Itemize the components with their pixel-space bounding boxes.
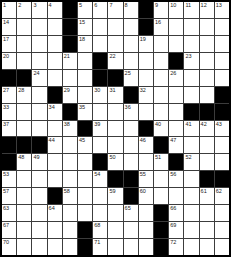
clue-number: 20: [3, 53, 9, 59]
clue-number: 9: [155, 2, 158, 8]
cell-r4c15[interactable]: [215, 53, 229, 69]
black-cell-r4c7: [93, 53, 107, 69]
clue-number: 7: [109, 2, 112, 8]
clue-number: 68: [94, 222, 100, 228]
cell-r9c6[interactable]: 45: [78, 137, 92, 153]
black-cell-r11c9: [124, 171, 138, 187]
crossword-board: 1234567891011121314151617181920212223242…: [0, 0, 231, 257]
clue-number: 12: [201, 2, 207, 8]
cell-r8c5[interactable]: 38: [63, 121, 77, 137]
black-cell-r13c11: [154, 205, 168, 221]
clue-number: 18: [79, 36, 85, 42]
black-cell-r5c8: [108, 70, 122, 86]
black-cell-r15c11: [154, 239, 168, 255]
cell-r10c10[interactable]: [139, 154, 153, 170]
clue-number: 54: [94, 171, 100, 177]
cell-r12c6[interactable]: [78, 188, 92, 204]
clue-number: 43: [216, 121, 222, 127]
clue-number: 40: [155, 121, 161, 127]
cell-r13c13[interactable]: [184, 205, 198, 221]
cell-r8c3[interactable]: [32, 121, 46, 137]
cell-r4c6[interactable]: [78, 53, 92, 69]
cell-r12c8[interactable]: 59: [108, 188, 122, 204]
clue-number: 30: [94, 87, 100, 93]
black-cell-r11c15: [215, 171, 229, 187]
cell-r12c11[interactable]: [154, 188, 168, 204]
clue-number: 58: [64, 188, 70, 194]
cell-r9c5[interactable]: [63, 137, 77, 153]
cell-r7c12[interactable]: [169, 104, 183, 120]
cell-r2c9[interactable]: [124, 19, 138, 35]
cell-r13c4[interactable]: 64: [48, 205, 62, 221]
cell-r13c9[interactable]: 65: [124, 205, 138, 221]
cell-r2c15[interactable]: [215, 19, 229, 35]
black-cell-r12c4: [48, 188, 62, 204]
cell-r8c8[interactable]: [108, 121, 122, 137]
cell-r10c11[interactable]: 51: [154, 154, 168, 170]
cell-r10c2[interactable]: 48: [17, 154, 31, 170]
cell-r13c6[interactable]: [78, 205, 92, 221]
cell-r6c3[interactable]: [32, 87, 46, 103]
clue-number: 16: [155, 19, 161, 25]
cell-r9c8[interactable]: [108, 137, 122, 153]
cell-r3c4[interactable]: [48, 36, 62, 52]
cell-r9c15[interactable]: [215, 137, 229, 153]
cell-r5c11[interactable]: [154, 70, 168, 86]
cell-r4c14[interactable]: [200, 53, 214, 69]
black-cell-r1c10: [139, 2, 153, 18]
cell-r6c14[interactable]: [200, 87, 214, 103]
cell-r14c9[interactable]: [124, 222, 138, 238]
cell-r10c5[interactable]: [63, 154, 77, 170]
clue-number: 72: [170, 239, 176, 245]
cell-r8c4[interactable]: [48, 121, 62, 137]
cell-r14c1[interactable]: 67: [2, 222, 16, 238]
clue-number: 52: [185, 154, 191, 160]
cell-r3c13[interactable]: [184, 36, 198, 52]
black-cell-r9c2: [17, 137, 31, 153]
cell-r2c11[interactable]: 16: [154, 19, 168, 35]
cell-r11c10[interactable]: 55: [139, 171, 153, 187]
clue-number: 39: [94, 121, 100, 127]
cell-r1c12[interactable]: 10: [169, 2, 183, 18]
clue-number: 71: [94, 239, 100, 245]
cell-r5c4[interactable]: [48, 70, 62, 86]
clue-number: 50: [109, 154, 115, 160]
cell-r2c3[interactable]: [32, 19, 46, 35]
cell-r10c15[interactable]: [215, 154, 229, 170]
cell-r3c10[interactable]: 19: [139, 36, 153, 52]
black-cell-r9c1: [2, 137, 16, 153]
cell-r1c3[interactable]: 3: [32, 2, 46, 18]
cell-r15c3[interactable]: [32, 239, 46, 255]
cell-r8c7[interactable]: 39: [93, 121, 107, 137]
cell-r15c15[interactable]: [215, 239, 229, 255]
cell-r3c11[interactable]: [154, 36, 168, 52]
clue-number: 70: [3, 239, 9, 245]
clue-number: 15: [79, 19, 85, 25]
cell-r11c12[interactable]: 56: [169, 171, 183, 187]
clue-number: 38: [64, 121, 70, 127]
clue-number: 33: [3, 104, 9, 110]
cell-r1c15[interactable]: 13: [215, 2, 229, 18]
cell-r11c3[interactable]: [32, 171, 46, 187]
cell-r13c8[interactable]: [108, 205, 122, 221]
cell-r13c3[interactable]: [32, 205, 46, 221]
clue-number: 61: [201, 188, 207, 194]
clue-number: 47: [170, 137, 176, 143]
cell-r11c4[interactable]: [48, 171, 62, 187]
cell-r1c9[interactable]: 8: [124, 2, 138, 18]
clue-number: 8: [125, 2, 128, 8]
cell-r8c13[interactable]: 41: [184, 121, 198, 137]
clue-number: 13: [216, 2, 222, 8]
clue-number: 44: [49, 137, 55, 143]
cell-r8c11[interactable]: 40: [154, 121, 168, 137]
black-cell-r7c14: [200, 104, 214, 120]
clue-number: 14: [3, 19, 9, 25]
clue-number: 53: [3, 171, 9, 177]
black-cell-r10c1: [2, 154, 16, 170]
cell-r11c2[interactable]: [17, 171, 31, 187]
cell-r4c10[interactable]: [139, 53, 153, 69]
black-cell-r1c5: [63, 2, 77, 18]
cell-r14c13[interactable]: [184, 222, 198, 238]
cell-r11c11[interactable]: [154, 171, 168, 187]
cell-r9c4[interactable]: 44: [48, 137, 62, 153]
cell-r6c2[interactable]: 28: [17, 87, 31, 103]
clue-number: 11: [185, 2, 191, 8]
cell-r13c7[interactable]: [93, 205, 107, 221]
cell-r14c3[interactable]: [32, 222, 46, 238]
cell-r15c8[interactable]: [108, 239, 122, 255]
black-cell-r9c3: [32, 137, 46, 153]
cell-r15c4[interactable]: [48, 239, 62, 255]
cell-r15c9[interactable]: [124, 239, 138, 255]
cell-r1c13[interactable]: 11: [184, 2, 198, 18]
cell-r11c6[interactable]: [78, 171, 92, 187]
black-cell-r5c7: [93, 70, 107, 86]
clue-number: 34: [49, 104, 55, 110]
cell-r15c5[interactable]: [63, 239, 77, 255]
cell-r5c3[interactable]: 24: [32, 70, 46, 86]
black-cell-r8c10: [139, 121, 153, 137]
cell-r13c12[interactable]: 66: [169, 205, 183, 221]
clue-number: 45: [79, 137, 85, 143]
cell-r5c14[interactable]: [200, 70, 214, 86]
cell-r8c2[interactable]: [17, 121, 31, 137]
cell-r4c13[interactable]: 23: [184, 53, 198, 69]
cell-r3c7[interactable]: [93, 36, 107, 52]
cell-r15c12[interactable]: 72: [169, 239, 183, 255]
cell-r5c10[interactable]: [139, 70, 153, 86]
cell-r7c7[interactable]: [93, 104, 107, 120]
cell-r1c4[interactable]: 4: [48, 2, 62, 18]
cell-r6c12[interactable]: [169, 87, 183, 103]
cell-r12c5[interactable]: 58: [63, 188, 77, 204]
black-cell-r6c4: [48, 87, 62, 103]
cell-r3c14[interactable]: [200, 36, 214, 52]
clue-number: 35: [79, 104, 85, 110]
cell-r6c7[interactable]: 30: [93, 87, 107, 103]
cell-r14c2[interactable]: [17, 222, 31, 238]
cell-r10c6[interactable]: [78, 154, 92, 170]
clue-number: 51: [155, 154, 161, 160]
clue-number: 59: [109, 188, 115, 194]
black-cell-r2c10: [139, 19, 153, 35]
cell-r6c13[interactable]: [184, 87, 198, 103]
cell-r4c3[interactable]: [32, 53, 46, 69]
cell-r7c2[interactable]: [17, 104, 31, 120]
clue-number: 1: [3, 2, 6, 8]
clue-number: 22: [109, 53, 115, 59]
cell-r7c10[interactable]: [139, 104, 153, 120]
cell-r5c5[interactable]: [63, 70, 77, 86]
cell-r3c15[interactable]: [215, 36, 229, 52]
black-cell-r15c6: [78, 239, 92, 255]
clue-number: 10: [170, 2, 176, 8]
clue-number: 41: [185, 121, 191, 127]
cell-r1c2[interactable]: 2: [17, 2, 31, 18]
clue-number: 62: [216, 188, 222, 194]
cell-r14c12[interactable]: 69: [169, 222, 183, 238]
black-cell-r10c12: [169, 154, 183, 170]
cell-r6c1[interactable]: 27: [2, 87, 16, 103]
clue-number: 6: [94, 2, 97, 8]
cell-r5c6[interactable]: [78, 70, 92, 86]
cell-r10c8[interactable]: 50: [108, 154, 122, 170]
cell-r12c13[interactable]: [184, 188, 198, 204]
cell-r3c1[interactable]: 17: [2, 36, 16, 52]
cell-r8c12[interactable]: [169, 121, 183, 137]
cell-r2c12[interactable]: [169, 19, 183, 35]
cell-r14c4[interactable]: [48, 222, 62, 238]
cell-r7c3[interactable]: [32, 104, 46, 120]
black-cell-r12c9: [124, 188, 138, 204]
clue-number: 28: [18, 87, 24, 93]
clue-number: 66: [170, 205, 176, 211]
cell-r4c9[interactable]: [124, 53, 138, 69]
cell-r8c9[interactable]: [124, 121, 138, 137]
clue-number: 26: [170, 70, 176, 76]
clue-number: 63: [3, 205, 9, 211]
black-cell-r4c12: [169, 53, 183, 69]
clue-number: 17: [3, 36, 9, 42]
cell-r6c10[interactable]: 32: [139, 87, 153, 103]
cell-r4c4[interactable]: [48, 53, 62, 69]
cell-r9c14[interactable]: [200, 137, 214, 153]
cell-r13c1[interactable]: 63: [2, 205, 16, 221]
black-cell-r8c6: [78, 121, 92, 137]
clue-number: 23: [185, 53, 191, 59]
clue-number: 36: [125, 104, 131, 110]
cell-r9c9[interactable]: [124, 137, 138, 153]
cell-r13c14[interactable]: [200, 205, 214, 221]
black-cell-r9c11: [154, 137, 168, 153]
cell-r1c14[interactable]: 12: [200, 2, 214, 18]
cell-r9c12[interactable]: 47: [169, 137, 183, 153]
cell-r1c8[interactable]: 7: [108, 2, 122, 18]
cell-r12c3[interactable]: [32, 188, 46, 204]
clue-number: 57: [3, 188, 9, 194]
clue-number: 69: [170, 222, 176, 228]
cell-r8c14[interactable]: 42: [200, 121, 214, 137]
black-cell-r14c11: [154, 222, 168, 238]
cell-r10c14[interactable]: [200, 154, 214, 170]
cell-r7c4[interactable]: 34: [48, 104, 62, 120]
cell-r9c10[interactable]: 46: [139, 137, 153, 153]
black-cell-r2c5: [63, 19, 77, 35]
cell-r3c2[interactable]: [17, 36, 31, 52]
clue-number: 49: [33, 154, 39, 160]
clue-number: 67: [3, 222, 9, 228]
cell-r7c9[interactable]: 36: [124, 104, 138, 120]
cell-r12c12[interactable]: [169, 188, 183, 204]
cell-r14c14[interactable]: [200, 222, 214, 238]
cell-r5c13[interactable]: [184, 70, 198, 86]
cell-r1c11[interactable]: 9: [154, 2, 168, 18]
black-cell-r6c9: [124, 87, 138, 103]
cell-r6c5[interactable]: 29: [63, 87, 77, 103]
black-cell-r10c7: [93, 154, 107, 170]
cell-r15c7[interactable]: 71: [93, 239, 107, 255]
cell-r12c14[interactable]: 61: [200, 188, 214, 204]
cell-r10c3[interactable]: 49: [32, 154, 46, 170]
cell-r6c8[interactable]: 31: [108, 87, 122, 103]
cell-r8c1[interactable]: 37: [2, 121, 16, 137]
cell-r1c6[interactable]: 5: [78, 2, 92, 18]
black-cell-r6c15: [215, 87, 229, 103]
cell-r3c6[interactable]: 18: [78, 36, 92, 52]
clue-number: 32: [140, 87, 146, 93]
cell-r12c2[interactable]: [17, 188, 31, 204]
clue-number: 24: [33, 70, 39, 76]
cell-r15c10[interactable]: [139, 239, 153, 255]
cell-r10c9[interactable]: [124, 154, 138, 170]
cell-r2c14[interactable]: [200, 19, 214, 35]
cell-r10c13[interactable]: 52: [184, 154, 198, 170]
cell-r14c15[interactable]: [215, 222, 229, 238]
cell-r11c13[interactable]: [184, 171, 198, 187]
clue-number: 21: [64, 53, 70, 59]
clue-number: 60: [140, 188, 146, 194]
cell-r1c1[interactable]: 1: [2, 2, 16, 18]
clue-number: 37: [3, 121, 9, 127]
cell-r7c6[interactable]: 35: [78, 104, 92, 120]
black-cell-r7c15: [215, 104, 229, 120]
black-cell-r14c6: [78, 222, 92, 238]
black-cell-r3c5: [63, 36, 77, 52]
clue-number: 42: [201, 121, 207, 127]
cell-r6c11[interactable]: [154, 87, 168, 103]
cell-r4c11[interactable]: [154, 53, 168, 69]
cell-r14c10[interactable]: [139, 222, 153, 238]
clue-number: 29: [64, 87, 70, 93]
cell-r14c7[interactable]: 68: [93, 222, 107, 238]
cell-r12c7[interactable]: [93, 188, 107, 204]
clue-number: 64: [49, 205, 55, 211]
cell-r6c6[interactable]: [78, 87, 92, 103]
cell-r13c5[interactable]: [63, 205, 77, 221]
cell-r13c2[interactable]: [17, 205, 31, 221]
cell-r5c12[interactable]: 26: [169, 70, 183, 86]
black-cell-r5c2: [17, 70, 31, 86]
cell-r2c1[interactable]: 14: [2, 19, 16, 35]
cell-r2c8[interactable]: [108, 19, 122, 35]
clue-number: 3: [33, 2, 36, 8]
cell-r2c7[interactable]: [93, 19, 107, 35]
clue-number: 65: [125, 205, 131, 211]
clue-number: 5: [79, 2, 82, 8]
cell-r2c4[interactable]: [48, 19, 62, 35]
cell-r7c1[interactable]: 33: [2, 104, 16, 120]
cell-r12c1[interactable]: 57: [2, 188, 16, 204]
cell-r8c15[interactable]: 43: [215, 121, 229, 137]
cell-r12c10[interactable]: 60: [139, 188, 153, 204]
clue-number: 46: [140, 137, 146, 143]
cell-r9c7[interactable]: [93, 137, 107, 153]
clue-number: 27: [3, 87, 9, 93]
cell-r12c15[interactable]: 62: [215, 188, 229, 204]
cell-r2c13[interactable]: [184, 19, 198, 35]
cell-r15c2[interactable]: [17, 239, 31, 255]
cell-r1c7[interactable]: 6: [93, 2, 107, 18]
cell-r15c1[interactable]: 70: [2, 239, 16, 255]
cell-r9c13[interactable]: [184, 137, 198, 153]
cell-r11c7[interactable]: 54: [93, 171, 107, 187]
black-cell-r11c8: [108, 171, 122, 187]
clue-number: 25: [125, 70, 131, 76]
clue-number: 19: [140, 36, 146, 42]
cell-r13c15[interactable]: [215, 205, 229, 221]
cell-r5c15[interactable]: [215, 70, 229, 86]
cell-r2c2[interactable]: [17, 19, 31, 35]
cell-r5c9[interactable]: 25: [124, 70, 138, 86]
cell-r11c5[interactable]: [63, 171, 77, 187]
cell-r4c2[interactable]: [17, 53, 31, 69]
black-cell-r5c1: [2, 70, 16, 86]
cell-r3c12[interactable]: [169, 36, 183, 52]
cell-r11c1[interactable]: 53: [2, 171, 16, 187]
cell-r7c11[interactable]: [154, 104, 168, 120]
cell-r13c10[interactable]: [139, 205, 153, 221]
cell-r3c9[interactable]: [124, 36, 138, 52]
clue-number: 56: [170, 171, 176, 177]
cell-r15c14[interactable]: [200, 239, 214, 255]
cell-r10c4[interactable]: [48, 154, 62, 170]
cell-r3c8[interactable]: [108, 36, 122, 52]
cell-r15c13[interactable]: [184, 239, 198, 255]
cell-r3c3[interactable]: [32, 36, 46, 52]
clue-number: 2: [18, 2, 21, 8]
cell-r2c6[interactable]: 15: [78, 19, 92, 35]
clue-number: 4: [49, 2, 52, 8]
cell-r4c8[interactable]: 22: [108, 53, 122, 69]
black-cell-r11c14: [200, 171, 214, 187]
cell-r7c8[interactable]: [108, 104, 122, 120]
cell-r14c8[interactable]: [108, 222, 122, 238]
cell-r4c1[interactable]: 20: [2, 53, 16, 69]
black-cell-r7c5: [63, 104, 77, 120]
cell-r14c5[interactable]: [63, 222, 77, 238]
cell-r4c5[interactable]: 21: [63, 53, 77, 69]
black-cell-r7c13: [184, 104, 198, 120]
clue-number: 55: [140, 171, 146, 177]
crossword-puzzle: 1234567891011121314151617181920212223242…: [0, 0, 231, 257]
clue-number: 48: [18, 154, 24, 160]
clue-number: 31: [109, 87, 115, 93]
